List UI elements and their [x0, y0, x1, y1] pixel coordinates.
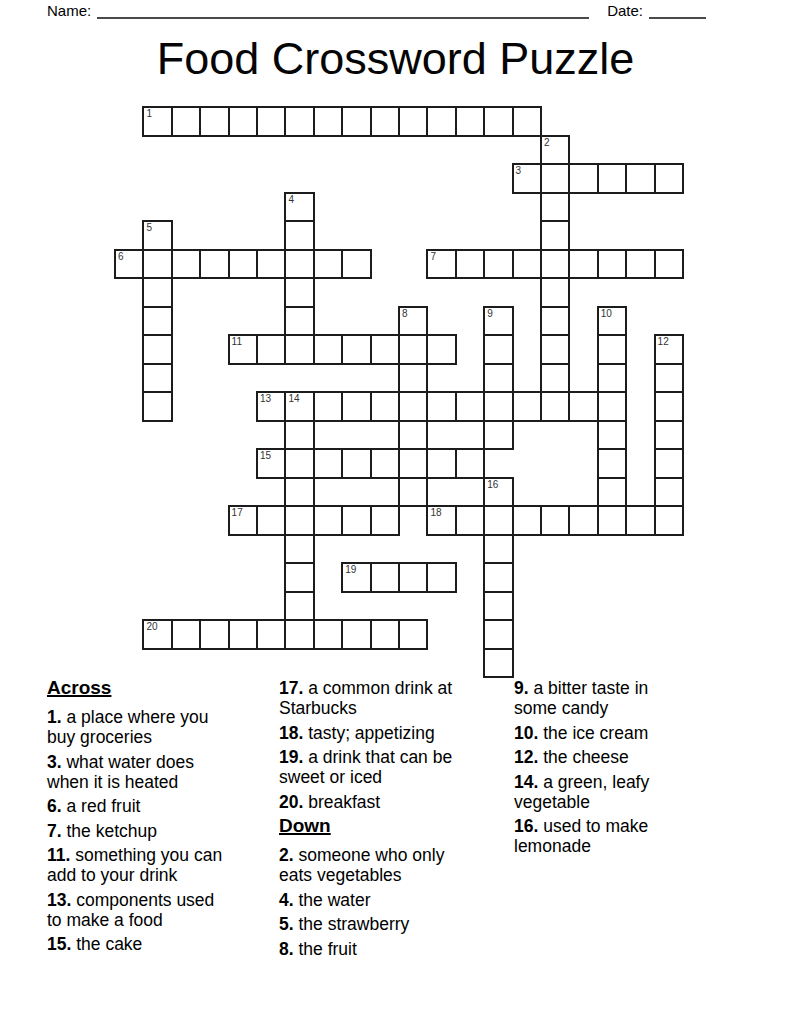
grid-cell[interactable] — [455, 448, 485, 479]
grid-cell[interactable] — [483, 591, 513, 622]
grid-cell[interactable] — [483, 363, 513, 394]
clue-item: 13. components used to make a food — [47, 890, 263, 930]
date-input-line[interactable] — [649, 2, 706, 19]
grid-cell[interactable] — [284, 306, 314, 337]
grid-cell[interactable] — [142, 249, 172, 280]
grid-cell[interactable] — [256, 334, 286, 365]
grid-cell[interactable]: 20 — [142, 619, 172, 650]
clue-item: 8. the fruit — [279, 939, 501, 959]
crossword-grid: 1234567891011121314151617181920 — [114, 106, 684, 678]
grid-cell[interactable] — [426, 562, 456, 593]
clue-number: 8. — [279, 939, 294, 959]
grid-cell[interactable] — [142, 334, 172, 365]
grid-cell[interactable] — [483, 534, 513, 565]
cell-number: 10 — [601, 308, 612, 319]
clue-item: 3. what water does when it is heated — [47, 752, 263, 792]
cell-number: 8 — [402, 308, 408, 319]
grid-cell[interactable] — [540, 391, 570, 422]
grid-cell[interactable] — [597, 334, 627, 365]
grid-cell[interactable]: 12 — [654, 334, 684, 365]
clue-column-down: 9. a bitter taste in some candy10. the i… — [514, 678, 704, 861]
grid-cell[interactable] — [398, 334, 428, 365]
clue-number: 6. — [47, 796, 62, 816]
clue-list-heading: Down — [279, 816, 501, 836]
worksheet-page: Name:Date: Food Crossword Puzzle 1234567… — [0, 0, 791, 1024]
date-label: Date: — [607, 2, 643, 19]
grid-cell[interactable] — [597, 420, 627, 451]
grid-cell[interactable] — [483, 505, 513, 536]
grid-cell[interactable] — [654, 363, 684, 394]
clue-list-heading: Across — [47, 678, 263, 698]
clue-item: 20. breakfast — [279, 792, 501, 812]
clue-item: 1. a place where you buy groceries — [47, 707, 263, 747]
grid-cell[interactable] — [540, 277, 570, 308]
grid-cell[interactable] — [568, 249, 598, 280]
cell-number: 1 — [146, 108, 152, 119]
clue-number: 11. — [47, 845, 70, 865]
grid-cell[interactable]: 9 — [483, 306, 513, 337]
cell-number: 17 — [232, 507, 243, 518]
grid-cell[interactable] — [597, 448, 627, 479]
grid-cell[interactable] — [284, 249, 314, 280]
grid-cell[interactable]: 1 — [142, 106, 172, 137]
grid-cell[interactable] — [284, 591, 314, 622]
grid-cell[interactable]: 14 — [284, 391, 314, 422]
grid-cell[interactable] — [341, 106, 371, 137]
grid-cell[interactable]: 3 — [512, 163, 542, 194]
grid-cell[interactable] — [398, 106, 428, 137]
grid-cell[interactable] — [540, 220, 570, 251]
cell-number: 9 — [487, 308, 493, 319]
clue-item: 12. the cheese — [514, 747, 704, 767]
grid-cell[interactable] — [284, 277, 314, 308]
cell-number: 16 — [487, 479, 498, 490]
grid-cell[interactable] — [483, 249, 513, 280]
grid-cell[interactable] — [455, 106, 485, 137]
grid-cell[interactable] — [483, 648, 513, 679]
grid-cell[interactable] — [228, 106, 258, 137]
clue-number: 1. — [47, 707, 62, 727]
grid-cell[interactable]: 5 — [142, 220, 172, 251]
grid-cell[interactable] — [313, 391, 343, 422]
grid-cell[interactable] — [540, 334, 570, 365]
grid-cell[interactable] — [341, 505, 371, 536]
header-bar: Name:Date: — [47, 2, 747, 22]
grid-cell[interactable] — [398, 562, 428, 593]
grid-cell[interactable] — [597, 249, 627, 280]
clue-number: 9. — [514, 678, 529, 698]
cell-number: 7 — [430, 251, 436, 262]
grid-cell[interactable] — [370, 505, 400, 536]
cell-number: 5 — [146, 222, 152, 233]
clue-number: 15. — [47, 934, 71, 954]
clue-item: 5. the strawberry — [279, 914, 501, 934]
grid-cell[interactable]: 15 — [256, 448, 286, 479]
grid-cell[interactable] — [455, 391, 485, 422]
grid-cell[interactable] — [398, 391, 428, 422]
grid-cell[interactable] — [284, 448, 314, 479]
clue-item: 18. tasty; appetizing — [279, 723, 501, 743]
grid-cell[interactable] — [654, 391, 684, 422]
clue-number: 17. — [279, 678, 303, 698]
grid-cell[interactable] — [625, 163, 655, 194]
grid-cell[interactable] — [512, 106, 542, 137]
grid-cell[interactable] — [597, 363, 627, 394]
grid-cell[interactable]: 19 — [341, 562, 371, 593]
clue-item: 17. a common drink at Starbucks — [279, 678, 501, 718]
clue-number: 20. — [279, 792, 303, 812]
grid-cell[interactable] — [341, 448, 371, 479]
grid-cell[interactable] — [597, 505, 627, 536]
grid-cell[interactable] — [625, 505, 655, 536]
grid-cell[interactable] — [370, 334, 400, 365]
grid-cell[interactable] — [171, 249, 201, 280]
grid-cell[interactable] — [284, 334, 314, 365]
clue-item: 15. the cake — [47, 934, 263, 954]
clue-item: 4. the water — [279, 890, 501, 910]
grid-cell[interactable] — [284, 477, 314, 508]
grid-cell[interactable] — [284, 106, 314, 137]
clue-number: 13. — [47, 890, 71, 910]
clue-number: 14. — [514, 772, 538, 792]
grid-cell[interactable] — [398, 420, 428, 451]
cell-number: 6 — [118, 251, 124, 262]
grid-cell[interactable] — [199, 249, 229, 280]
clue-item: 2. someone who only eats vegetables — [279, 845, 501, 885]
grid-cell[interactable] — [284, 534, 314, 565]
grid-cell[interactable]: 7 — [426, 249, 456, 280]
cell-number: 11 — [232, 336, 242, 347]
grid-cell[interactable] — [540, 249, 570, 280]
grid-cell[interactable] — [483, 420, 513, 451]
grid-cell[interactable] — [142, 363, 172, 394]
clue-number: 2. — [279, 845, 294, 865]
grid-cell[interactable] — [483, 619, 513, 650]
cell-number: 19 — [345, 564, 356, 575]
clue-number: 12. — [514, 747, 538, 767]
clue-number: 10. — [514, 723, 538, 743]
clue-number: 18. — [279, 723, 303, 743]
grid-cell[interactable] — [370, 619, 400, 650]
grid-cell[interactable] — [455, 505, 485, 536]
grid-cell[interactable] — [398, 477, 428, 508]
grid-cell[interactable] — [284, 420, 314, 451]
grid-cell[interactable] — [654, 477, 684, 508]
grid-cell[interactable]: 18 — [426, 505, 456, 536]
clue-item: 16. used to make lemonade — [514, 816, 704, 856]
grid-cell[interactable] — [256, 249, 286, 280]
grid-cell[interactable] — [654, 448, 684, 479]
clue-item: 10. the ice cream — [514, 723, 704, 743]
grid-cell[interactable] — [540, 306, 570, 337]
name-label: Name: — [47, 2, 91, 19]
grid-cell[interactable]: 4 — [284, 192, 314, 223]
grid-cell[interactable] — [568, 163, 598, 194]
grid-cell[interactable] — [512, 505, 542, 536]
clue-number: 4. — [279, 890, 294, 910]
grid-cell[interactable] — [199, 106, 229, 137]
grid-cell[interactable] — [284, 619, 314, 650]
grid-cell[interactable] — [313, 106, 343, 137]
grid-cell[interactable] — [483, 562, 513, 593]
cell-number: 20 — [146, 621, 157, 632]
grid-cell[interactable] — [568, 505, 598, 536]
grid-cell[interactable] — [313, 334, 343, 365]
grid-cell[interactable] — [512, 391, 542, 422]
grid-cell[interactable]: 11 — [228, 334, 258, 365]
grid-cell[interactable] — [540, 505, 570, 536]
grid-cell[interactable] — [370, 391, 400, 422]
grid-cell[interactable]: 6 — [114, 249, 144, 280]
grid-cell[interactable] — [142, 306, 172, 337]
grid-cell[interactable] — [284, 562, 314, 593]
grid-cell[interactable] — [426, 448, 456, 479]
grid-cell[interactable] — [313, 619, 343, 650]
grid-cell[interactable] — [228, 249, 258, 280]
clue-number: 3. — [47, 752, 62, 772]
cell-number: 3 — [516, 165, 522, 176]
clue-item: 14. a green, leafy vegetable — [514, 772, 704, 812]
grid-cell[interactable] — [370, 562, 400, 593]
grid-cell[interactable] — [426, 334, 456, 365]
cell-number: 13 — [260, 393, 271, 404]
grid-cell[interactable] — [426, 391, 456, 422]
clue-number: 19. — [279, 747, 303, 767]
grid-cell[interactable] — [398, 363, 428, 394]
grid-cell[interactable] — [341, 391, 371, 422]
grid-cell[interactable] — [398, 619, 428, 650]
grid-cell[interactable] — [654, 163, 684, 194]
grid-cell[interactable] — [256, 619, 286, 650]
grid-cell[interactable] — [313, 505, 343, 536]
grid-cell[interactable] — [284, 220, 314, 251]
grid-cell[interactable] — [142, 277, 172, 308]
grid-cell[interactable] — [228, 619, 258, 650]
grid-cell[interactable] — [256, 505, 286, 536]
grid-cell[interactable]: 2 — [540, 135, 570, 166]
grid-cell[interactable] — [654, 420, 684, 451]
grid-cell[interactable] — [313, 249, 343, 280]
grid-cell[interactable] — [171, 619, 201, 650]
grid-cell[interactable]: 16 — [483, 477, 513, 508]
grid-cell[interactable] — [370, 106, 400, 137]
grid-cell[interactable] — [483, 106, 513, 137]
cell-number: 4 — [288, 194, 294, 205]
clue-item: 7. the ketchup — [47, 821, 263, 841]
name-input-line[interactable] — [97, 2, 589, 19]
grid-cell[interactable] — [483, 334, 513, 365]
grid-cell[interactable] — [540, 163, 570, 194]
grid-cell[interactable] — [398, 448, 428, 479]
grid-cell[interactable] — [199, 619, 229, 650]
cell-number: 2 — [544, 137, 550, 148]
grid-cell[interactable] — [455, 249, 485, 280]
clue-column-middle: 17. a common drink at Starbucks18. tasty… — [279, 678, 501, 963]
grid-cell[interactable] — [313, 448, 343, 479]
grid-cell[interactable] — [142, 391, 172, 422]
grid-cell[interactable] — [568, 391, 598, 422]
cell-number: 12 — [658, 336, 669, 347]
clue-number: 7. — [47, 821, 62, 841]
grid-cell[interactable] — [341, 619, 371, 650]
clue-number: 16. — [514, 816, 538, 836]
clue-item: 6. a red fruit — [47, 796, 263, 816]
clue-number: 5. — [279, 914, 294, 934]
grid-cell[interactable] — [654, 249, 684, 280]
clue-item: 11. something you can add to your drink — [47, 845, 263, 885]
cell-number: 14 — [288, 393, 299, 404]
cell-number: 18 — [430, 507, 441, 518]
clue-item: 9. a bitter taste in some candy — [514, 678, 704, 718]
grid-cell[interactable]: 17 — [228, 505, 258, 536]
grid-cell[interactable] — [171, 106, 201, 137]
grid-cell[interactable] — [284, 505, 314, 536]
cell-number: 15 — [260, 450, 271, 461]
grid-cell[interactable] — [540, 363, 570, 394]
grid-cell[interactable] — [654, 505, 684, 536]
grid-cell[interactable] — [256, 106, 286, 137]
grid-cell[interactable] — [341, 334, 371, 365]
grid-cell[interactable] — [426, 106, 456, 137]
page-title: Food Crossword Puzzle — [0, 33, 791, 85]
grid-cell[interactable]: 10 — [597, 306, 627, 337]
grid-cell[interactable] — [341, 249, 371, 280]
clue-column-across: Across1. a place where you buy groceries… — [47, 678, 263, 959]
clue-item: 19. a drink that can be sweet or iced — [279, 747, 501, 787]
grid-cell[interactable] — [597, 477, 627, 508]
grid-cell[interactable] — [483, 391, 513, 422]
grid-cell[interactable] — [597, 163, 627, 194]
grid-cell[interactable] — [370, 448, 400, 479]
grid-cell[interactable]: 13 — [256, 391, 286, 422]
grid-cell[interactable]: 8 — [398, 306, 428, 337]
grid-cell[interactable] — [540, 192, 570, 223]
grid-cell[interactable] — [512, 249, 542, 280]
grid-cell[interactable] — [597, 391, 627, 422]
grid-cell[interactable] — [625, 249, 655, 280]
